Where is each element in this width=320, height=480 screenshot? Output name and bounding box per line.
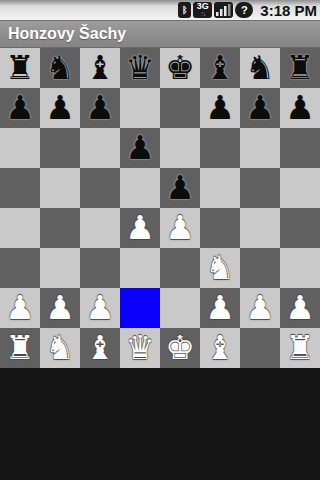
piece-white-pawn: ♟ bbox=[5, 288, 35, 328]
status-clock: 3:18 PM bbox=[260, 2, 317, 19]
square-f7[interactable]: ♟ bbox=[200, 88, 240, 128]
square-d4[interactable]: ♟ bbox=[120, 208, 160, 248]
piece-white-queen: ♛ bbox=[125, 328, 155, 368]
square-d1[interactable]: ♛ bbox=[120, 328, 160, 368]
piece-white-knight: ♞ bbox=[205, 248, 235, 288]
square-h6[interactable] bbox=[280, 128, 320, 168]
square-f4[interactable] bbox=[200, 208, 240, 248]
square-d2[interactable] bbox=[120, 288, 160, 328]
square-c1[interactable]: ♝ bbox=[80, 328, 120, 368]
square-d6[interactable]: ♟ bbox=[120, 128, 160, 168]
piece-white-bishop: ♝ bbox=[205, 328, 235, 368]
status-bar: ᛒ 3G ↑↓ ? 3:18 PM bbox=[0, 0, 320, 20]
square-a5[interactable] bbox=[0, 168, 40, 208]
square-b2[interactable]: ♟ bbox=[40, 288, 80, 328]
square-b5[interactable] bbox=[40, 168, 80, 208]
square-g5[interactable] bbox=[240, 168, 280, 208]
piece-black-bishop: ♝ bbox=[85, 48, 115, 88]
square-a2[interactable]: ♟ bbox=[0, 288, 40, 328]
square-c5[interactable] bbox=[80, 168, 120, 208]
piece-black-rook: ♜ bbox=[5, 48, 35, 88]
square-a4[interactable] bbox=[0, 208, 40, 248]
piece-black-pawn: ♟ bbox=[45, 88, 75, 128]
square-c2[interactable]: ♟ bbox=[80, 288, 120, 328]
piece-white-pawn: ♟ bbox=[205, 288, 235, 328]
square-e2[interactable] bbox=[160, 288, 200, 328]
square-a8[interactable]: ♜ bbox=[0, 48, 40, 88]
square-g1[interactable] bbox=[240, 328, 280, 368]
bluetooth-icon: ᛒ bbox=[178, 2, 191, 18]
square-f2[interactable]: ♟ bbox=[200, 288, 240, 328]
piece-black-pawn: ♟ bbox=[205, 88, 235, 128]
piece-white-pawn: ♟ bbox=[245, 288, 275, 328]
square-e7[interactable] bbox=[160, 88, 200, 128]
square-b6[interactable] bbox=[40, 128, 80, 168]
square-g7[interactable]: ♟ bbox=[240, 88, 280, 128]
square-e1[interactable]: ♚ bbox=[160, 328, 200, 368]
bottom-black-area bbox=[0, 368, 320, 480]
battery-unknown-icon: ? bbox=[235, 2, 253, 18]
square-c7[interactable]: ♟ bbox=[80, 88, 120, 128]
battery-question-glyph: ? bbox=[241, 4, 248, 16]
piece-white-pawn: ♟ bbox=[285, 288, 315, 328]
square-h4[interactable] bbox=[280, 208, 320, 248]
piece-white-rook: ♜ bbox=[5, 328, 35, 368]
piece-black-knight: ♞ bbox=[245, 48, 275, 88]
square-g2[interactable]: ♟ bbox=[240, 288, 280, 328]
piece-white-knight: ♞ bbox=[45, 328, 75, 368]
square-h8[interactable]: ♜ bbox=[280, 48, 320, 88]
square-b4[interactable] bbox=[40, 208, 80, 248]
piece-white-king: ♚ bbox=[165, 328, 195, 368]
square-b3[interactable] bbox=[40, 248, 80, 288]
square-e3[interactable] bbox=[160, 248, 200, 288]
square-d3[interactable] bbox=[120, 248, 160, 288]
square-c3[interactable] bbox=[80, 248, 120, 288]
square-h5[interactable] bbox=[280, 168, 320, 208]
piece-black-pawn: ♟ bbox=[165, 168, 195, 208]
square-e5[interactable]: ♟ bbox=[160, 168, 200, 208]
piece-white-pawn: ♟ bbox=[85, 288, 115, 328]
signal-bars-glyph bbox=[216, 4, 231, 16]
square-b8[interactable]: ♞ bbox=[40, 48, 80, 88]
data-3g-label: 3G bbox=[197, 3, 209, 10]
piece-white-pawn: ♟ bbox=[165, 208, 195, 248]
square-e6[interactable] bbox=[160, 128, 200, 168]
square-c4[interactable] bbox=[80, 208, 120, 248]
square-h2[interactable]: ♟ bbox=[280, 288, 320, 328]
square-g4[interactable] bbox=[240, 208, 280, 248]
square-c8[interactable]: ♝ bbox=[80, 48, 120, 88]
phone-screen: ᛒ 3G ↑↓ ? 3:18 PM Honzovy Šachy ♜♞♝♛♚♝♞♜… bbox=[0, 0, 320, 480]
square-h3[interactable] bbox=[280, 248, 320, 288]
piece-black-pawn: ♟ bbox=[125, 128, 155, 168]
square-a3[interactable] bbox=[0, 248, 40, 288]
piece-black-pawn: ♟ bbox=[85, 88, 115, 128]
square-a7[interactable]: ♟ bbox=[0, 88, 40, 128]
piece-black-knight: ♞ bbox=[45, 48, 75, 88]
square-g8[interactable]: ♞ bbox=[240, 48, 280, 88]
square-d5[interactable] bbox=[120, 168, 160, 208]
square-b1[interactable]: ♞ bbox=[40, 328, 80, 368]
square-f5[interactable] bbox=[200, 168, 240, 208]
square-c6[interactable] bbox=[80, 128, 120, 168]
square-e8[interactable]: ♚ bbox=[160, 48, 200, 88]
square-e4[interactable]: ♟ bbox=[160, 208, 200, 248]
mobile-data-3g-icon: 3G ↑↓ bbox=[193, 2, 212, 18]
square-a1[interactable]: ♜ bbox=[0, 328, 40, 368]
piece-white-rook: ♜ bbox=[285, 328, 315, 368]
signal-strength-icon bbox=[214, 2, 233, 18]
square-h1[interactable]: ♜ bbox=[280, 328, 320, 368]
square-h7[interactable]: ♟ bbox=[280, 88, 320, 128]
app-title: Honzovy Šachy bbox=[8, 25, 126, 43]
bluetooth-glyph: ᛒ bbox=[182, 5, 187, 15]
square-a6[interactable] bbox=[0, 128, 40, 168]
square-f6[interactable] bbox=[200, 128, 240, 168]
square-g3[interactable] bbox=[240, 248, 280, 288]
piece-black-rook: ♜ bbox=[285, 48, 315, 88]
square-f8[interactable]: ♝ bbox=[200, 48, 240, 88]
square-f3[interactable]: ♞ bbox=[200, 248, 240, 288]
square-d8[interactable]: ♛ bbox=[120, 48, 160, 88]
piece-white-pawn: ♟ bbox=[45, 288, 75, 328]
square-d7[interactable] bbox=[120, 88, 160, 128]
piece-black-king: ♚ bbox=[165, 48, 195, 88]
piece-black-pawn: ♟ bbox=[285, 88, 315, 128]
piece-black-pawn: ♟ bbox=[245, 88, 275, 128]
chess-board: ♜♞♝♛♚♝♞♜♟♟♟♟♟♟♟♟♟♟♞♟♟♟♟♟♟♜♞♝♛♚♝♜ bbox=[0, 48, 320, 368]
piece-white-bishop: ♝ bbox=[85, 328, 115, 368]
piece-black-pawn: ♟ bbox=[5, 88, 35, 128]
title-bar: Honzovy Šachy bbox=[0, 20, 320, 48]
square-f1[interactable]: ♝ bbox=[200, 328, 240, 368]
piece-white-pawn: ♟ bbox=[125, 208, 155, 248]
piece-black-queen: ♛ bbox=[125, 48, 155, 88]
square-b7[interactable]: ♟ bbox=[40, 88, 80, 128]
square-g6[interactable] bbox=[240, 128, 280, 168]
piece-black-bishop: ♝ bbox=[205, 48, 235, 88]
data-arrows: ↑↓ bbox=[200, 10, 205, 17]
